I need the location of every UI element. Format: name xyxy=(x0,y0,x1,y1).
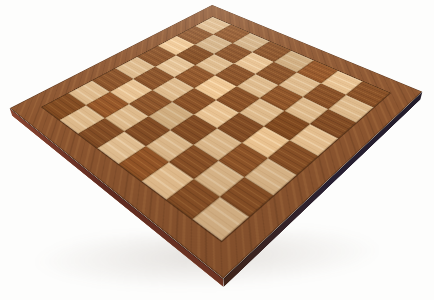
square-g5 xyxy=(264,111,310,141)
square-c2 xyxy=(104,103,149,131)
square-g3 xyxy=(218,142,268,176)
square-f5 xyxy=(239,98,284,126)
square-c1 xyxy=(78,118,124,148)
square-e1 xyxy=(119,146,169,181)
square-g2 xyxy=(193,160,245,197)
product-photo-stage xyxy=(0,0,434,300)
board-squares-grid xyxy=(42,17,390,241)
square-f3 xyxy=(194,128,242,160)
square-h5 xyxy=(290,124,338,156)
square-g4 xyxy=(242,126,290,158)
square-h4 xyxy=(268,141,318,175)
square-h6 xyxy=(310,109,356,139)
square-d1 xyxy=(98,132,146,164)
square-f4 xyxy=(217,113,263,143)
square-h2 xyxy=(220,177,274,217)
square-g6 xyxy=(284,97,329,125)
square-d3 xyxy=(149,102,194,130)
square-b1 xyxy=(59,105,104,133)
square-d2 xyxy=(124,116,170,146)
square-f2 xyxy=(169,144,219,179)
square-h7 xyxy=(329,95,374,123)
square-h1 xyxy=(193,197,249,241)
square-e4 xyxy=(194,100,239,128)
square-e2 xyxy=(146,130,194,162)
square-e3 xyxy=(171,114,217,144)
square-g1 xyxy=(166,179,220,219)
square-f1 xyxy=(141,162,193,199)
square-h3 xyxy=(245,158,297,195)
